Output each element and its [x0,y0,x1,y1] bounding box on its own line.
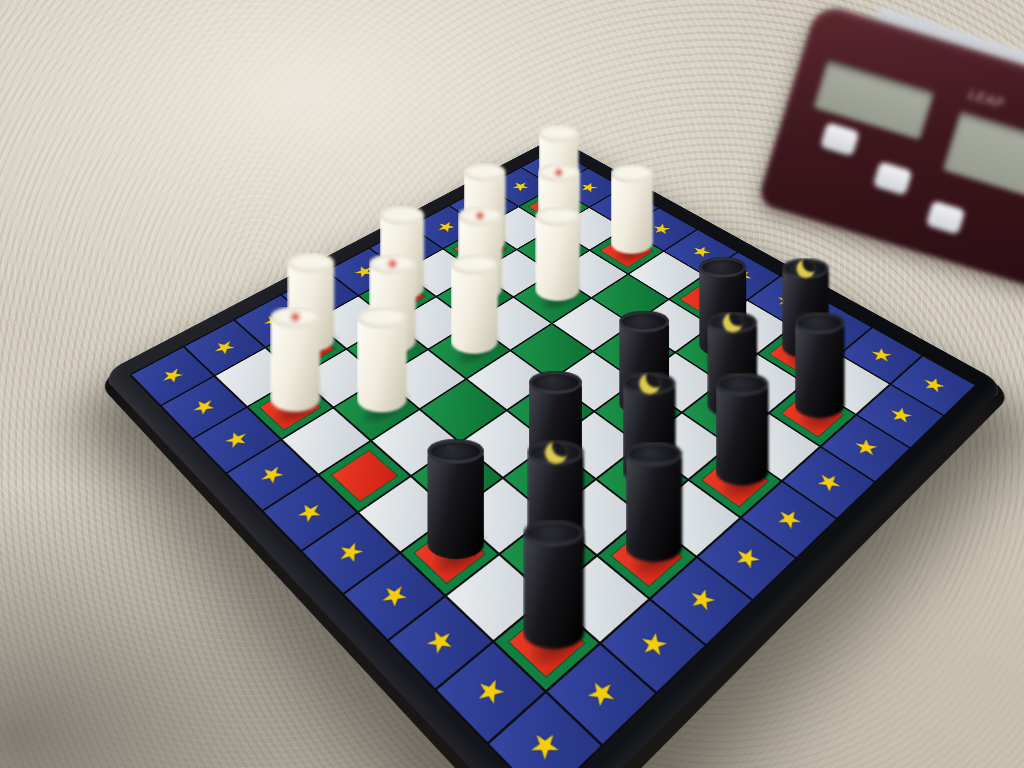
star-icon: ★ [727,266,758,285]
piece-top [427,439,483,464]
piece-body [270,317,319,412]
piece-body [357,318,407,413]
piece-body [427,451,483,559]
piece-body [626,453,683,561]
star-icon: ★ [681,582,723,618]
sun-icon: ✳ [288,309,302,325]
border-star-cell: ★ [303,514,398,593]
border-star-cell: ★ [389,597,492,688]
moon-icon [543,442,565,464]
star-icon: ★ [574,179,602,195]
star-icon: ★ [253,460,292,489]
board-cell-a5[interactable] [320,442,409,511]
checker-piece-white-b6[interactable] [357,308,407,413]
star-icon: ★ [221,426,253,453]
star-icon: ★ [291,496,328,527]
star-icon: ★ [809,468,848,497]
star-icon: ★ [305,285,335,306]
star-icon: ★ [391,240,421,258]
star-icon: ★ [207,336,241,359]
border-star-cell: ★ [489,694,600,768]
star-icon: ★ [468,671,514,712]
piece-top [529,371,582,394]
border-star-cell: ★ [822,416,909,482]
star-icon: ★ [770,290,802,311]
clock-button-1[interactable] [820,122,860,157]
star-icon: ★ [686,242,717,261]
star-icon: ★ [632,626,674,663]
piece-top [539,125,579,142]
border-star-cell: ★ [162,377,245,438]
moon-icon [722,313,742,333]
star-icon: ★ [469,198,498,215]
star-icon: ★ [915,372,951,397]
moon-icon [638,373,659,394]
border-star-cell: ★ [602,600,705,692]
star-icon: ★ [542,160,568,175]
checker-piece-black-e1[interactable] [716,373,769,486]
piece-top [619,311,669,333]
board-cell-c5[interactable] [421,380,505,441]
piece-top [707,312,757,334]
checker-piece-black-c1[interactable] [626,442,683,562]
star-icon: ★ [186,394,221,420]
clock-button-2[interactable] [873,161,913,196]
piece-body [795,323,845,418]
piece-top [782,258,829,279]
star-icon: ★ [431,218,461,235]
star-icon: ★ [330,536,371,568]
star-icon: ★ [373,577,415,613]
border-star-cell: ★ [228,441,317,510]
star-icon: ★ [726,541,767,575]
star-icon: ★ [579,673,623,714]
star-icon: ★ [522,723,568,768]
checker-piece-black-a1[interactable] [523,520,584,649]
border-star-cell: ★ [858,385,943,447]
checker-piece-black-a3[interactable] [427,439,483,559]
moon-icon [796,259,815,278]
star-icon: ★ [506,178,534,194]
star-icon: ★ [350,262,378,281]
checker-piece-white-a7[interactable]: ✳ [270,307,319,412]
star-icon: ★ [610,199,639,216]
star-icon: ★ [154,364,190,387]
border-star-cell: ★ [344,554,443,639]
star-icon: ★ [769,503,809,535]
star-icon: ★ [883,402,918,428]
border-star-cell: ★ [699,519,795,599]
border-star-cell: ★ [194,408,280,473]
piece-top [622,372,675,395]
piece-top: ✳ [270,307,319,329]
star-icon: ★ [420,623,460,661]
clock-lcd-right [942,110,1024,208]
border-star-cell: ★ [742,482,835,557]
star-icon: ★ [848,434,883,461]
star-icon: ★ [647,221,676,238]
clock-button-3[interactable] [925,200,965,235]
piece-top [526,440,583,465]
border-star-cell: ★ [264,476,356,550]
star-icon: ★ [866,344,898,366]
piece-body [523,533,584,649]
border-star-cell: ★ [783,448,873,518]
piece-body [716,384,769,486]
checker-piece-black-g1[interactable] [795,313,845,419]
